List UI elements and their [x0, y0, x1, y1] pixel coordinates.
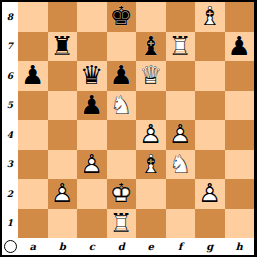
piece-glyph: ♟ — [225, 32, 255, 62]
square-e3[interactable]: ♝♗ — [136, 150, 166, 180]
square-a4[interactable] — [18, 120, 48, 150]
square-b3[interactable] — [48, 150, 78, 180]
square-f4[interactable]: ♟♙ — [166, 120, 196, 150]
square-h1[interactable] — [225, 209, 255, 239]
square-g3[interactable] — [195, 150, 225, 180]
square-b2[interactable]: ♟♙ — [48, 179, 78, 209]
rank-label-7: 7 — [2, 32, 18, 62]
piece-white-knight[interactable]: ♞♘ — [166, 150, 196, 180]
square-g6[interactable] — [195, 61, 225, 91]
piece-black-king[interactable]: ♚ — [107, 2, 137, 32]
rank-label-4: 4 — [2, 120, 18, 150]
rank-labels: 87654321 — [2, 2, 18, 238]
square-d8[interactable]: ♚ — [107, 2, 137, 32]
square-e1[interactable] — [136, 209, 166, 239]
square-a7[interactable] — [18, 32, 48, 62]
square-a6[interactable]: ♟ — [18, 61, 48, 91]
rank-label-8: 8 — [2, 2, 18, 32]
piece-black-pawn[interactable]: ♟ — [107, 61, 137, 91]
piece-glyph-outline: ♔ — [107, 179, 137, 209]
piece-glyph-outline: ♘ — [107, 91, 137, 121]
piece-black-queen[interactable]: ♛ — [77, 61, 107, 91]
square-b4[interactable] — [48, 120, 78, 150]
piece-glyph-outline: ♙ — [166, 120, 196, 150]
square-a8[interactable] — [18, 2, 48, 32]
piece-glyph-outline: ♙ — [136, 120, 166, 150]
square-d2[interactable]: ♚♔ — [107, 179, 137, 209]
square-g7[interactable] — [195, 32, 225, 62]
piece-glyph-outline: ♗ — [136, 150, 166, 180]
file-label-e: e — [136, 238, 166, 255]
piece-glyph-outline: ♘ — [166, 150, 196, 180]
piece-white-pawn[interactable]: ♟♙ — [48, 179, 78, 209]
square-f8[interactable] — [166, 2, 196, 32]
piece-white-pawn[interactable]: ♟♙ — [136, 120, 166, 150]
piece-black-bishop[interactable]: ♝ — [136, 32, 166, 62]
square-f1[interactable] — [166, 209, 196, 239]
piece-glyph: ♟ — [77, 91, 107, 121]
square-e5[interactable] — [136, 91, 166, 121]
square-c2[interactable] — [77, 179, 107, 209]
side-to-move-indicator — [2, 238, 18, 255]
square-g1[interactable] — [195, 209, 225, 239]
piece-white-rook[interactable]: ♜♖ — [166, 32, 196, 62]
square-a5[interactable] — [18, 91, 48, 121]
file-label-h: h — [225, 238, 255, 255]
rank-label-6: 6 — [2, 61, 18, 91]
piece-white-knight[interactable]: ♞♘ — [107, 91, 137, 121]
square-h3[interactable] — [225, 150, 255, 180]
piece-black-pawn[interactable]: ♟ — [225, 32, 255, 62]
piece-glyph: ♚ — [107, 2, 137, 32]
square-e8[interactable] — [136, 2, 166, 32]
square-h6[interactable] — [225, 61, 255, 91]
piece-glyph: ♜ — [48, 32, 78, 62]
piece-glyph: ♟ — [107, 61, 137, 91]
square-c5[interactable]: ♟ — [77, 91, 107, 121]
square-d6[interactable]: ♟ — [107, 61, 137, 91]
square-a3[interactable] — [18, 150, 48, 180]
square-d5[interactable]: ♞♘ — [107, 91, 137, 121]
piece-glyph-outline: ♗ — [195, 2, 225, 32]
piece-glyph-outline: ♖ — [107, 209, 137, 239]
square-c1[interactable] — [77, 209, 107, 239]
square-h2[interactable] — [225, 179, 255, 209]
square-g5[interactable] — [195, 91, 225, 121]
piece-white-king[interactable]: ♚♔ — [107, 179, 137, 209]
rank-label-5: 5 — [2, 91, 18, 121]
square-b5[interactable] — [48, 91, 78, 121]
piece-white-pawn[interactable]: ♟♙ — [195, 179, 225, 209]
square-f3[interactable]: ♞♘ — [166, 150, 196, 180]
square-b7[interactable]: ♜ — [48, 32, 78, 62]
file-label-a: a — [18, 238, 48, 255]
square-c3[interactable]: ♟♙ — [77, 150, 107, 180]
piece-black-pawn[interactable]: ♟ — [18, 61, 48, 91]
square-d7[interactable] — [107, 32, 137, 62]
rank-label-2: 2 — [2, 179, 18, 209]
piece-glyph: ♝ — [136, 32, 166, 62]
square-b8[interactable] — [48, 2, 78, 32]
square-h8[interactable] — [225, 2, 255, 32]
square-c7[interactable] — [77, 32, 107, 62]
square-a1[interactable] — [18, 209, 48, 239]
square-e6[interactable]: ♛♕ — [136, 61, 166, 91]
piece-black-rook[interactable]: ♜ — [48, 32, 78, 62]
square-a2[interactable] — [18, 179, 48, 209]
piece-white-rook[interactable]: ♜♖ — [107, 209, 137, 239]
piece-glyph-outline: ♙ — [48, 179, 78, 209]
square-f2[interactable] — [166, 179, 196, 209]
square-d1[interactable]: ♜♖ — [107, 209, 137, 239]
piece-white-pawn[interactable]: ♟♙ — [77, 150, 107, 180]
piece-glyph-outline: ♖ — [166, 32, 196, 62]
file-label-c: c — [77, 238, 107, 255]
white-to-move-circle — [4, 240, 17, 253]
file-label-f: f — [166, 238, 196, 255]
piece-white-bishop[interactable]: ♝♗ — [195, 2, 225, 32]
piece-glyph: ♛ — [77, 61, 107, 91]
square-e7[interactable]: ♝ — [136, 32, 166, 62]
square-h5[interactable] — [225, 91, 255, 121]
file-label-g: g — [195, 238, 225, 255]
square-g4[interactable] — [195, 120, 225, 150]
piece-glyph-outline: ♙ — [195, 179, 225, 209]
piece-glyph: ♟ — [18, 61, 48, 91]
square-e4[interactable]: ♟♙ — [136, 120, 166, 150]
square-f6[interactable] — [166, 61, 196, 91]
square-f5[interactable] — [166, 91, 196, 121]
piece-glyph-outline: ♙ — [77, 150, 107, 180]
square-g2[interactable]: ♟♙ — [195, 179, 225, 209]
file-label-d: d — [107, 238, 137, 255]
piece-glyph-outline: ♕ — [136, 61, 166, 91]
square-c4[interactable] — [77, 120, 107, 150]
rank-label-3: 3 — [2, 150, 18, 180]
square-h7[interactable]: ♟ — [225, 32, 255, 62]
square-b1[interactable] — [48, 209, 78, 239]
piece-white-pawn[interactable]: ♟♙ — [166, 120, 196, 150]
file-label-b: b — [48, 238, 78, 255]
square-f7[interactable]: ♜♖ — [166, 32, 196, 62]
square-b6[interactable] — [48, 61, 78, 91]
rank-label-1: 1 — [2, 209, 18, 239]
square-d4[interactable] — [107, 120, 137, 150]
chess-diagram: 87654321 ♚♝♗♜♝♜♖♟♟♛♟♛♕♟♞♘♟♙♟♙♟♙♝♗♞♘♟♙♚♔♟… — [0, 0, 257, 257]
square-g8[interactable]: ♝♗ — [195, 2, 225, 32]
file-labels: abcdefgh — [18, 238, 254, 255]
square-h4[interactable] — [225, 120, 255, 150]
piece-black-pawn[interactable]: ♟ — [77, 91, 107, 121]
square-c8[interactable] — [77, 2, 107, 32]
square-d3[interactable] — [107, 150, 137, 180]
piece-white-queen[interactable]: ♛♕ — [136, 61, 166, 91]
chess-board: ♚♝♗♜♝♜♖♟♟♛♟♛♕♟♞♘♟♙♟♙♟♙♝♗♞♘♟♙♚♔♟♙♜♖ — [18, 2, 254, 238]
square-c6[interactable]: ♛ — [77, 61, 107, 91]
piece-white-bishop[interactable]: ♝♗ — [136, 150, 166, 180]
square-e2[interactable] — [136, 179, 166, 209]
